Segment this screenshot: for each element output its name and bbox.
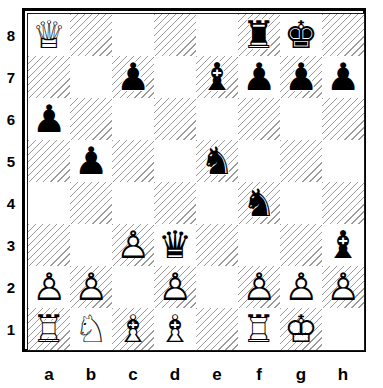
square-f8[interactable]: ♜: [238, 14, 280, 56]
square-e2[interactable]: [196, 266, 238, 308]
square-b7[interactable]: [70, 56, 112, 98]
square-f4[interactable]: ♞: [238, 182, 280, 224]
piece-white-pawn-c3[interactable]: ♟♙: [112, 224, 154, 266]
piece-black-rook-f8[interactable]: ♜: [238, 14, 280, 56]
black-knight-icon: ♞: [196, 140, 238, 182]
square-c6[interactable]: [112, 98, 154, 140]
piece-white-bishop-c1[interactable]: ♝♗: [112, 308, 154, 350]
square-a6[interactable]: ♟: [28, 98, 70, 140]
file-label-d: d: [154, 361, 196, 385]
piece-black-pawn-g7[interactable]: ♟: [280, 56, 322, 98]
piece-black-pawn-b5[interactable]: ♟: [70, 140, 112, 182]
white-pawn-icon: ♙: [280, 266, 322, 308]
white-knight-icon: ♘: [70, 308, 112, 350]
rank-labels: 87654321: [2, 8, 22, 358]
square-f1[interactable]: ♜♖: [238, 308, 280, 350]
square-a4[interactable]: [28, 182, 70, 224]
square-f7[interactable]: ♟: [238, 56, 280, 98]
chess-diagram: 87654321 ♛♕♜♚♟♝♟♟♟♟♟♞♞♟♙♛♝♟♙♟♙♟♙♟♙♟♙♟♙♜♖…: [2, 8, 383, 388]
square-e7[interactable]: ♝: [196, 56, 238, 98]
board-frame: ♛♕♜♚♟♝♟♟♟♟♟♞♞♟♙♛♝♟♙♟♙♟♙♟♙♟♙♟♙♜♖♞♘♝♗♝♗♜♖♚…: [22, 8, 366, 352]
square-c8[interactable]: [112, 14, 154, 56]
black-knight-icon: ♞: [238, 182, 280, 224]
square-a2[interactable]: ♟♙: [28, 266, 70, 308]
square-h6[interactable]: [322, 98, 364, 140]
chess-board: ♛♕♜♚♟♝♟♟♟♟♟♞♞♟♙♛♝♟♙♟♙♟♙♟♙♟♙♟♙♜♖♞♘♝♗♝♗♜♖♚…: [27, 13, 365, 351]
black-pawn-icon: ♟: [70, 140, 112, 182]
square-g2[interactable]: ♟♙: [280, 266, 322, 308]
square-a1[interactable]: ♜♖: [28, 308, 70, 350]
square-g4[interactable]: [280, 182, 322, 224]
square-a3[interactable]: [28, 224, 70, 266]
rank-label-7: 7: [2, 56, 20, 98]
square-e3[interactable]: [196, 224, 238, 266]
square-h7[interactable]: ♟: [322, 56, 364, 98]
white-pawn-icon: ♙: [70, 266, 112, 308]
rank-label-2: 2: [2, 266, 20, 308]
square-h8[interactable]: [322, 14, 364, 56]
black-pawn-icon: ♟: [280, 56, 322, 98]
square-d7[interactable]: [154, 56, 196, 98]
piece-black-pawn-h7[interactable]: ♟: [322, 56, 364, 98]
piece-white-queen-a8[interactable]: ♛♕: [28, 14, 70, 56]
square-c7[interactable]: ♟: [112, 56, 154, 98]
piece-white-pawn-a2[interactable]: ♟♙: [28, 266, 70, 308]
rank-label-8: 8: [2, 14, 20, 56]
square-g1[interactable]: ♚♔: [280, 308, 322, 350]
file-labels: abcdefgh: [22, 358, 372, 388]
square-b1[interactable]: ♞♘: [70, 308, 112, 350]
square-a8[interactable]: ♛♕: [28, 14, 70, 56]
black-pawn-icon: ♟: [322, 56, 364, 98]
piece-white-pawn-b2[interactable]: ♟♙: [70, 266, 112, 308]
square-b6[interactable]: [70, 98, 112, 140]
white-bishop-icon: ♗: [154, 308, 196, 350]
square-b4[interactable]: [70, 182, 112, 224]
piece-white-rook-f1[interactable]: ♜♖: [238, 308, 280, 350]
file-label-f: f: [238, 361, 280, 385]
square-h1[interactable]: [322, 308, 364, 350]
black-bishop-icon: ♝: [196, 56, 238, 98]
white-rook-icon: ♖: [28, 308, 70, 350]
white-pawn-icon: ♙: [112, 224, 154, 266]
square-e4[interactable]: [196, 182, 238, 224]
piece-white-pawn-d2[interactable]: ♟♙: [154, 266, 196, 308]
square-h4[interactable]: [322, 182, 364, 224]
white-king-icon: ♔: [280, 308, 322, 350]
black-rook-icon: ♜: [238, 14, 280, 56]
square-c4[interactable]: [112, 182, 154, 224]
square-b5[interactable]: ♟: [70, 140, 112, 182]
rank-label-6: 6: [2, 98, 20, 140]
square-d2[interactable]: ♟♙: [154, 266, 196, 308]
piece-black-pawn-c7[interactable]: ♟: [112, 56, 154, 98]
piece-white-rook-a1[interactable]: ♜♖: [28, 308, 70, 350]
white-pawn-icon: ♙: [322, 266, 364, 308]
black-king-icon: ♚: [280, 14, 322, 56]
piece-black-knight-f4[interactable]: ♞: [238, 182, 280, 224]
square-e6[interactable]: [196, 98, 238, 140]
square-c1[interactable]: ♝♗: [112, 308, 154, 350]
black-pawn-icon: ♟: [28, 98, 70, 140]
piece-black-pawn-f7[interactable]: ♟: [238, 56, 280, 98]
square-b3[interactable]: [70, 224, 112, 266]
piece-black-bishop-h3[interactable]: ♝: [322, 224, 364, 266]
square-e1[interactable]: [196, 308, 238, 350]
square-g5[interactable]: [280, 140, 322, 182]
square-d4[interactable]: [154, 182, 196, 224]
square-e5[interactable]: ♞: [196, 140, 238, 182]
piece-white-pawn-h2[interactable]: ♟♙: [322, 266, 364, 308]
white-pawn-icon: ♙: [28, 266, 70, 308]
black-pawn-icon: ♟: [112, 56, 154, 98]
square-d6[interactable]: [154, 98, 196, 140]
square-d8[interactable]: [154, 14, 196, 56]
file-label-c: c: [112, 361, 154, 385]
square-b2[interactable]: ♟♙: [70, 266, 112, 308]
square-d5[interactable]: [154, 140, 196, 182]
square-c2[interactable]: [112, 266, 154, 308]
white-queen-icon: ♕: [28, 14, 70, 56]
piece-white-knight-b1[interactable]: ♞♘: [70, 308, 112, 350]
piece-black-king-g8[interactable]: ♚: [280, 14, 322, 56]
square-f6[interactable]: [238, 98, 280, 140]
file-label-b: b: [70, 361, 112, 385]
black-bishop-icon: ♝: [322, 224, 364, 266]
file-label-e: e: [196, 361, 238, 385]
file-label-h: h: [322, 361, 364, 385]
square-h5[interactable]: [322, 140, 364, 182]
square-e8[interactable]: [196, 14, 238, 56]
rank-label-4: 4: [2, 182, 20, 224]
square-g8[interactable]: ♚: [280, 14, 322, 56]
piece-black-knight-e5[interactable]: ♞: [196, 140, 238, 182]
square-c3[interactable]: ♟♙: [112, 224, 154, 266]
piece-white-king-g1[interactable]: ♚♔: [280, 308, 322, 350]
piece-white-bishop-d1[interactable]: ♝♗: [154, 308, 196, 350]
black-queen-icon: ♛: [154, 224, 196, 266]
piece-white-pawn-f2[interactable]: ♟♙: [238, 266, 280, 308]
square-d1[interactable]: ♝♗: [154, 308, 196, 350]
piece-black-bishop-e7[interactable]: ♝: [196, 56, 238, 98]
rank-label-1: 1: [2, 308, 20, 350]
square-d3[interactable]: ♛: [154, 224, 196, 266]
square-h2[interactable]: ♟♙: [322, 266, 364, 308]
square-c5[interactable]: [112, 140, 154, 182]
square-g6[interactable]: [280, 98, 322, 140]
square-a7[interactable]: [28, 56, 70, 98]
square-b8[interactable]: [70, 14, 112, 56]
white-bishop-icon: ♗: [112, 308, 154, 350]
square-a5[interactable]: [28, 140, 70, 182]
square-g3[interactable]: [280, 224, 322, 266]
rank-label-5: 5: [2, 140, 20, 182]
square-f5[interactable]: [238, 140, 280, 182]
square-h3[interactable]: ♝: [322, 224, 364, 266]
white-pawn-icon: ♙: [154, 266, 196, 308]
rank-label-3: 3: [2, 224, 20, 266]
square-f3[interactable]: [238, 224, 280, 266]
white-pawn-icon: ♙: [238, 266, 280, 308]
square-g7[interactable]: ♟: [280, 56, 322, 98]
piece-white-pawn-g2[interactable]: ♟♙: [280, 266, 322, 308]
white-rook-icon: ♖: [238, 308, 280, 350]
piece-black-pawn-a6[interactable]: ♟: [28, 98, 70, 140]
square-f2[interactable]: ♟♙: [238, 266, 280, 308]
file-label-a: a: [28, 361, 70, 385]
piece-black-queen-d3[interactable]: ♛: [154, 224, 196, 266]
black-pawn-icon: ♟: [238, 56, 280, 98]
file-label-g: g: [280, 361, 322, 385]
